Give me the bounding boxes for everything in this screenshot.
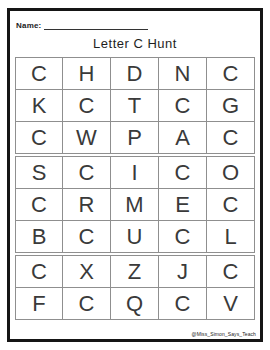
letter-cell[interactable]: A	[158, 121, 207, 154]
letter-cell[interactable]: W	[62, 121, 111, 154]
footer-credit: @Miss_Simon_Says_Teach	[191, 331, 256, 337]
letter-cell[interactable]: C	[15, 121, 63, 154]
letter-cell[interactable]: C	[158, 287, 207, 320]
letter-cell[interactable]: S	[15, 156, 63, 189]
letter-cell[interactable]: E	[158, 188, 207, 221]
letter-cell[interactable]: C	[15, 57, 63, 90]
letter-cell[interactable]: P	[110, 121, 159, 154]
letter-cell[interactable]: U	[110, 220, 159, 253]
letter-cell[interactable]: C	[206, 121, 255, 154]
letter-cell[interactable]: D	[110, 57, 159, 90]
letter-cell[interactable]: C	[206, 188, 255, 221]
letter-cell[interactable]: J	[158, 255, 207, 288]
letter-cell[interactable]: N	[158, 57, 207, 90]
letter-cell[interactable]: C	[158, 220, 207, 253]
letter-cell[interactable]: C	[206, 255, 255, 288]
letter-cell[interactable]: K	[15, 89, 63, 122]
letter-cell[interactable]: T	[110, 89, 159, 122]
letter-cell[interactable]: C	[206, 57, 255, 90]
grid-row: CRMEC	[15, 188, 255, 221]
page-border-frame: Name: Letter C Hunt CHDNCKCTCGCWPACSCICO…	[7, 8, 263, 342]
grid-row: CXZJC	[15, 255, 255, 288]
letter-cell[interactable]: M	[110, 188, 159, 221]
letter-cell[interactable]: R	[62, 188, 111, 221]
letter-cell[interactable]: F	[15, 287, 63, 320]
grid-row: CWPAC	[15, 121, 255, 154]
letter-cell[interactable]: G	[206, 89, 255, 122]
letter-cell[interactable]: H	[62, 57, 111, 90]
letter-cell[interactable]: O	[206, 156, 255, 189]
worksheet-page: Name: Letter C Hunt CHDNCKCTCGCWPACSCICO…	[0, 0, 270, 350]
letter-grid: CHDNCKCTCGCWPACSCICOCRMECBCUCLCXZJCFCQCV	[15, 57, 255, 320]
grid-row: CHDNC	[15, 57, 255, 90]
letter-cell[interactable]: C	[15, 255, 63, 288]
letter-cell[interactable]: C	[158, 156, 207, 189]
letter-cell[interactable]: L	[206, 220, 255, 253]
page-title: Letter C Hunt	[14, 36, 256, 51]
letter-cell[interactable]: C	[62, 156, 111, 189]
letter-cell[interactable]: I	[110, 156, 159, 189]
letter-cell[interactable]: Z	[110, 255, 159, 288]
grid-row: BCUCL	[15, 220, 255, 253]
letter-cell[interactable]: C	[62, 89, 111, 122]
letter-cell[interactable]: V	[206, 287, 255, 320]
grid-row: FCQCV	[15, 287, 255, 320]
letter-cell[interactable]: C	[62, 287, 111, 320]
letter-cell[interactable]: C	[158, 89, 207, 122]
letter-cell[interactable]: C	[15, 188, 63, 221]
grid-row: KCTCG	[15, 89, 255, 122]
name-row: Name:	[14, 15, 256, 30]
grid-row: SCICO	[15, 156, 255, 189]
name-input-line[interactable]	[44, 20, 148, 30]
letter-cell[interactable]: C	[62, 220, 111, 253]
name-label: Name:	[16, 21, 41, 30]
letter-cell[interactable]: Q	[110, 287, 159, 320]
letter-cell[interactable]: X	[62, 255, 111, 288]
letter-cell[interactable]: B	[15, 220, 63, 253]
